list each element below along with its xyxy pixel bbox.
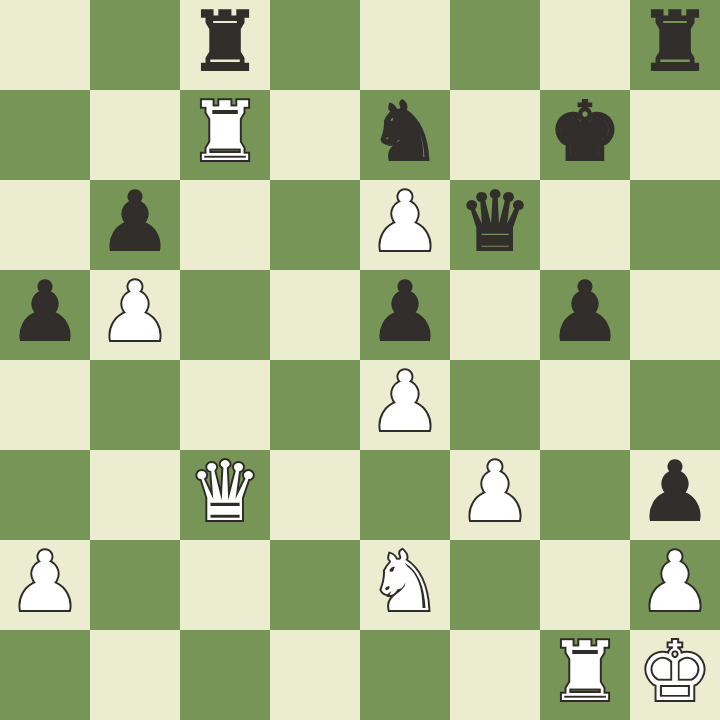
square-c4[interactable] — [180, 360, 270, 450]
square-d2[interactable] — [270, 540, 360, 630]
square-f1[interactable] — [450, 630, 540, 720]
square-h8[interactable]: ♜ — [630, 0, 720, 90]
square-a7[interactable] — [0, 90, 90, 180]
square-c5[interactable] — [180, 270, 270, 360]
square-e6[interactable]: ♟ — [360, 180, 450, 270]
black-king[interactable]: ♚ — [548, 90, 622, 177]
square-f3[interactable]: ♟ — [450, 450, 540, 540]
square-f5[interactable] — [450, 270, 540, 360]
white-pawn[interactable]: ♟ — [368, 180, 442, 267]
square-b6[interactable]: ♟ — [90, 180, 180, 270]
square-b7[interactable] — [90, 90, 180, 180]
black-pawn[interactable]: ♟ — [98, 180, 172, 267]
black-pawn[interactable]: ♟ — [8, 270, 82, 357]
white-pawn[interactable]: ♟ — [98, 270, 172, 357]
square-a1[interactable] — [0, 630, 90, 720]
square-d6[interactable] — [270, 180, 360, 270]
square-f6[interactable]: ♛ — [450, 180, 540, 270]
white-knight[interactable]: ♞ — [368, 540, 442, 627]
chess-board: ♜♜♜♞♚♟♟♛♟♟♟♟♟♛♟♟♟♞♟♜♚ — [0, 0, 720, 720]
square-a2[interactable]: ♟ — [0, 540, 90, 630]
square-d4[interactable] — [270, 360, 360, 450]
black-pawn[interactable]: ♟ — [548, 270, 622, 357]
square-d3[interactable] — [270, 450, 360, 540]
white-king[interactable]: ♚ — [638, 630, 712, 717]
square-e5[interactable]: ♟ — [360, 270, 450, 360]
black-pawn[interactable]: ♟ — [638, 450, 712, 537]
square-f8[interactable] — [450, 0, 540, 90]
white-pawn[interactable]: ♟ — [368, 360, 442, 447]
square-b2[interactable] — [90, 540, 180, 630]
square-d1[interactable] — [270, 630, 360, 720]
square-e7[interactable]: ♞ — [360, 90, 450, 180]
square-a3[interactable] — [0, 450, 90, 540]
black-queen[interactable]: ♛ — [458, 180, 532, 267]
square-a5[interactable]: ♟ — [0, 270, 90, 360]
square-e3[interactable] — [360, 450, 450, 540]
square-b8[interactable] — [90, 0, 180, 90]
square-h1[interactable]: ♚ — [630, 630, 720, 720]
white-pawn[interactable]: ♟ — [638, 540, 712, 627]
square-d7[interactable] — [270, 90, 360, 180]
square-e4[interactable]: ♟ — [360, 360, 450, 450]
white-pawn[interactable]: ♟ — [458, 450, 532, 537]
square-g7[interactable]: ♚ — [540, 90, 630, 180]
square-c8[interactable]: ♜ — [180, 0, 270, 90]
square-b3[interactable] — [90, 450, 180, 540]
square-e8[interactable] — [360, 0, 450, 90]
square-a6[interactable] — [0, 180, 90, 270]
square-e1[interactable] — [360, 630, 450, 720]
square-g1[interactable]: ♜ — [540, 630, 630, 720]
square-h3[interactable]: ♟ — [630, 450, 720, 540]
square-c6[interactable] — [180, 180, 270, 270]
square-g4[interactable] — [540, 360, 630, 450]
square-f7[interactable] — [450, 90, 540, 180]
square-h6[interactable] — [630, 180, 720, 270]
square-g8[interactable] — [540, 0, 630, 90]
white-rook[interactable]: ♜ — [548, 630, 622, 717]
black-rook[interactable]: ♜ — [638, 0, 712, 87]
square-a8[interactable] — [0, 0, 90, 90]
black-rook[interactable]: ♜ — [188, 0, 262, 87]
square-e2[interactable]: ♞ — [360, 540, 450, 630]
black-knight[interactable]: ♞ — [368, 90, 442, 177]
square-g3[interactable] — [540, 450, 630, 540]
white-queen[interactable]: ♛ — [188, 450, 262, 537]
square-h4[interactable] — [630, 360, 720, 450]
square-f2[interactable] — [450, 540, 540, 630]
square-b5[interactable]: ♟ — [90, 270, 180, 360]
square-b1[interactable] — [90, 630, 180, 720]
square-c1[interactable] — [180, 630, 270, 720]
square-b4[interactable] — [90, 360, 180, 450]
square-g6[interactable] — [540, 180, 630, 270]
square-g2[interactable] — [540, 540, 630, 630]
white-rook[interactable]: ♜ — [188, 90, 262, 177]
square-a4[interactable] — [0, 360, 90, 450]
square-g5[interactable]: ♟ — [540, 270, 630, 360]
square-f4[interactable] — [450, 360, 540, 450]
square-c2[interactable] — [180, 540, 270, 630]
square-d8[interactable] — [270, 0, 360, 90]
square-h2[interactable]: ♟ — [630, 540, 720, 630]
black-pawn[interactable]: ♟ — [368, 270, 442, 357]
square-c3[interactable]: ♛ — [180, 450, 270, 540]
white-pawn[interactable]: ♟ — [8, 540, 82, 627]
square-h7[interactable] — [630, 90, 720, 180]
square-h5[interactable] — [630, 270, 720, 360]
square-c7[interactable]: ♜ — [180, 90, 270, 180]
square-d5[interactable] — [270, 270, 360, 360]
